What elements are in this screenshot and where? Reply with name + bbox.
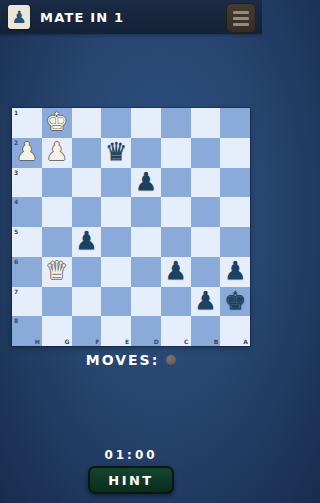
square-c1[interactable]	[161, 108, 191, 138]
square-h2[interactable]: 2♟	[12, 138, 42, 168]
square-f4[interactable]	[72, 197, 102, 227]
rank-label-6: 6	[14, 258, 18, 265]
piece-bK-a7[interactable]: ♚	[224, 288, 246, 313]
square-c5[interactable]	[161, 227, 191, 257]
hint-button[interactable]: HINT	[88, 466, 174, 494]
square-g3[interactable]	[42, 168, 72, 198]
rank-label-4: 4	[14, 198, 18, 205]
file-label-c: C	[184, 338, 188, 345]
piece-wK-g1[interactable]: ♚	[45, 109, 67, 134]
square-d3[interactable]: ♟	[131, 168, 161, 198]
square-a8[interactable]: A	[220, 316, 250, 346]
piece-bP-b7[interactable]: ♟	[194, 288, 216, 313]
square-f3[interactable]	[72, 168, 102, 198]
square-f6[interactable]	[72, 257, 102, 287]
square-e5[interactable]	[101, 227, 131, 257]
square-c7[interactable]	[161, 287, 191, 317]
square-b6[interactable]	[191, 257, 221, 287]
square-f5[interactable]: ♟	[72, 227, 102, 257]
square-b4[interactable]	[191, 197, 221, 227]
page-title: MATE IN 1	[40, 10, 124, 25]
square-h7[interactable]: 7	[12, 287, 42, 317]
square-c2[interactable]	[161, 138, 191, 168]
square-g4[interactable]	[42, 197, 72, 227]
square-h6[interactable]: 6	[12, 257, 42, 287]
square-e8[interactable]: E	[101, 316, 131, 346]
square-d8[interactable]: D	[131, 316, 161, 346]
rank-label-5: 5	[14, 228, 18, 235]
square-a7[interactable]: ♚	[220, 287, 250, 317]
piece-wP-g2[interactable]: ♟	[45, 139, 67, 164]
square-c3[interactable]	[161, 168, 191, 198]
moves-row: MOVES:	[0, 351, 262, 369]
square-g1[interactable]: ♚	[42, 108, 72, 138]
piece-bP-a6[interactable]: ♟	[224, 258, 246, 283]
piece-wP-h2[interactable]: ♟	[16, 139, 38, 164]
file-label-f: F	[95, 338, 99, 345]
square-d2[interactable]	[131, 138, 161, 168]
square-f7[interactable]	[72, 287, 102, 317]
square-h5[interactable]: 5	[12, 227, 42, 257]
top-bar: ♟ MATE IN 1	[0, 0, 262, 34]
square-a3[interactable]	[220, 168, 250, 198]
square-d1[interactable]	[131, 108, 161, 138]
square-e1[interactable]	[101, 108, 131, 138]
square-f2[interactable]	[72, 138, 102, 168]
rank-label-7: 7	[14, 288, 18, 295]
file-label-g: G	[65, 338, 70, 345]
hamburger-menu-button[interactable]	[226, 3, 256, 33]
hamburger-bar	[233, 11, 249, 14]
piece-bP-f5[interactable]: ♟	[75, 228, 97, 253]
square-a2[interactable]	[220, 138, 250, 168]
square-e3[interactable]	[101, 168, 131, 198]
square-e7[interactable]	[101, 287, 131, 317]
square-g2[interactable]: ♟	[42, 138, 72, 168]
square-h4[interactable]: 4	[12, 197, 42, 227]
file-label-e: E	[125, 338, 129, 345]
square-b2[interactable]	[191, 138, 221, 168]
moves-indicator-dot	[166, 355, 176, 365]
pawn-icon: ♟	[11, 9, 26, 26]
timer-display: 01:00	[0, 448, 262, 462]
square-e6[interactable]	[101, 257, 131, 287]
square-b7[interactable]: ♟	[191, 287, 221, 317]
square-a1[interactable]	[220, 108, 250, 138]
square-e2[interactable]: ♛	[101, 138, 131, 168]
square-d7[interactable]	[131, 287, 161, 317]
file-label-b: B	[214, 338, 219, 345]
piece-bP-d3[interactable]: ♟	[135, 169, 157, 194]
square-d4[interactable]	[131, 197, 161, 227]
rank-label-3: 3	[14, 169, 18, 176]
square-c6[interactable]: ♟	[161, 257, 191, 287]
square-g6[interactable]: ♛	[42, 257, 72, 287]
piece-bQ-e2[interactable]: ♛	[105, 139, 127, 164]
square-d5[interactable]	[131, 227, 161, 257]
square-b5[interactable]	[191, 227, 221, 257]
square-f1[interactable]	[72, 108, 102, 138]
file-label-h: H	[35, 338, 40, 345]
square-g8[interactable]: G	[42, 316, 72, 346]
square-a4[interactable]	[220, 197, 250, 227]
rank-label-1: 1	[14, 109, 18, 116]
square-b3[interactable]	[191, 168, 221, 198]
piece-bP-c6[interactable]: ♟	[164, 258, 186, 283]
square-g7[interactable]	[42, 287, 72, 317]
square-b8[interactable]: B	[191, 316, 221, 346]
square-c8[interactable]: C	[161, 316, 191, 346]
file-label-a: A	[243, 338, 248, 345]
rank-label-8: 8	[14, 317, 18, 324]
square-h8[interactable]: 8H	[12, 316, 42, 346]
square-b1[interactable]	[191, 108, 221, 138]
hamburger-bar	[233, 23, 249, 26]
square-a5[interactable]	[220, 227, 250, 257]
square-g5[interactable]	[42, 227, 72, 257]
app-logo-pawn-icon: ♟	[8, 5, 30, 29]
square-a6[interactable]: ♟	[220, 257, 250, 287]
square-h1[interactable]: 1	[12, 108, 42, 138]
hamburger-bar	[233, 17, 249, 20]
square-e4[interactable]	[101, 197, 131, 227]
chess-board: 1♚2♟♟♛3♟45♟6♛♟♟7♟♚8HGFEDCBA	[12, 108, 250, 346]
moves-label: MOVES:	[86, 352, 160, 368]
file-label-d: D	[154, 338, 159, 345]
square-h3[interactable]: 3	[12, 168, 42, 198]
piece-wQ-g6[interactable]: ♛	[45, 258, 67, 283]
square-d6[interactable]	[131, 257, 161, 287]
square-f8[interactable]: F	[72, 316, 102, 346]
square-c4[interactable]	[161, 197, 191, 227]
